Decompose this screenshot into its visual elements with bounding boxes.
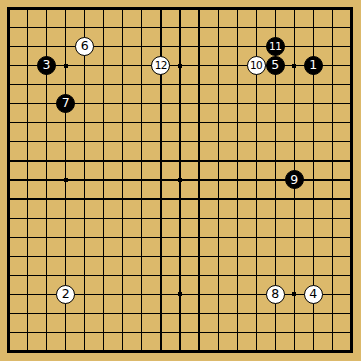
stone-12-white-J16: 12 bbox=[151, 56, 170, 75]
stone-number: 1 bbox=[309, 59, 317, 72]
stone-number: 5 bbox=[271, 59, 279, 72]
stone-4-white-R4: 4 bbox=[304, 285, 323, 304]
stone-10-white-O16: 10 bbox=[247, 56, 266, 75]
stone-6-white-E17: 6 bbox=[75, 37, 94, 56]
stone-9-black-Q10: 9 bbox=[285, 170, 304, 189]
stone-number: 7 bbox=[62, 97, 70, 110]
stone-2-white-D4: 2 bbox=[56, 285, 75, 304]
stone-number: 2 bbox=[62, 287, 70, 300]
stones-layer: 123456789101112 bbox=[0, 0, 361, 361]
stone-number: 8 bbox=[271, 287, 279, 300]
stone-number: 6 bbox=[81, 40, 89, 53]
stone-number: 9 bbox=[290, 173, 298, 186]
stone-number: 3 bbox=[43, 59, 51, 72]
stone-number: 4 bbox=[309, 287, 317, 300]
stone-number: 12 bbox=[155, 60, 167, 71]
stone-number: 11 bbox=[269, 41, 281, 52]
stone-3-black-C16: 3 bbox=[37, 56, 56, 75]
stone-8-white-P4: 8 bbox=[266, 285, 285, 304]
stone-5-black-P16: 5 bbox=[266, 56, 285, 75]
stone-7-black-D14: 7 bbox=[56, 94, 75, 113]
go-board-diagram: 123456789101112 bbox=[0, 0, 361, 361]
stone-11-black-P17: 11 bbox=[266, 37, 285, 56]
stone-number: 10 bbox=[250, 60, 262, 71]
stone-1-black-R16: 1 bbox=[304, 56, 323, 75]
